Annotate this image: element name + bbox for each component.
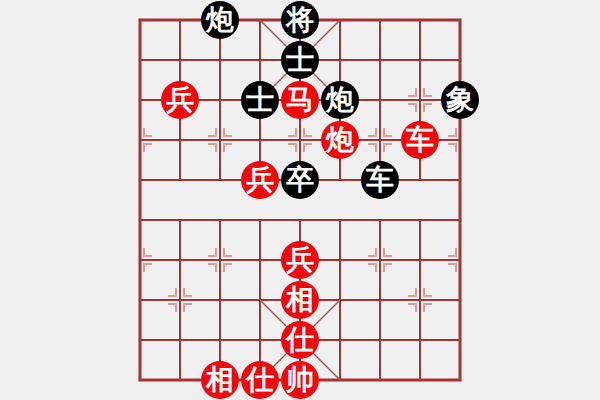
xiangqi-screenshot: 炮将士士炮象卒车兵马炮车兵兵相仕相仕帅 (0, 0, 600, 400)
black-elephant[interactable]: 象 (441, 81, 479, 119)
red-soldier[interactable]: 兵 (241, 161, 279, 199)
black-cannon[interactable]: 炮 (321, 81, 359, 119)
black-general[interactable]: 将 (281, 1, 319, 39)
black-chariot[interactable]: 车 (361, 161, 399, 199)
red-elephant[interactable]: 相 (281, 281, 319, 319)
red-general[interactable]: 帅 (281, 361, 319, 399)
black-cannon[interactable]: 炮 (201, 1, 239, 39)
red-elephant[interactable]: 相 (201, 361, 239, 399)
red-chariot[interactable]: 车 (401, 121, 439, 159)
black-advisor[interactable]: 士 (241, 81, 279, 119)
black-advisor[interactable]: 士 (281, 41, 319, 79)
red-horse[interactable]: 马 (281, 81, 319, 119)
black-soldier[interactable]: 卒 (281, 161, 319, 199)
red-soldier[interactable]: 兵 (161, 81, 199, 119)
red-advisor[interactable]: 仕 (241, 361, 279, 399)
red-cannon[interactable]: 炮 (321, 121, 359, 159)
red-advisor[interactable]: 仕 (281, 321, 319, 359)
red-soldier[interactable]: 兵 (281, 241, 319, 279)
